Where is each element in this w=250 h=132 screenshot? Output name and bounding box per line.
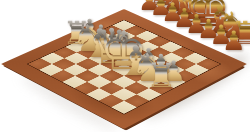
pieces-layer: ♜♞♝♛♚♝♞♜♟♟♟♟♟♟♟♟♟♟♟♟♟♟♟♟♜♞♝♛♚♝♞♜ (37, 0, 211, 132)
board-scene: ♜♞♝♛♚♝♞♜♟♟♟♟♟♟♟♟♟♟♟♟♟♟♟♟♜♞♝♛♚♝♞♜ (37, 0, 211, 132)
chess-set-photo: ♜♞♝♛♚♝♞♜♟♟♟♟♟♟♟♟♟♟♟♟♟♟♟♟♜♞♝♛♚♝♞♜ (0, 0, 250, 132)
piece-white-rook-h1: ♜ (146, 60, 176, 94)
piece-black-pawn-h7: ♟ (222, 28, 246, 55)
